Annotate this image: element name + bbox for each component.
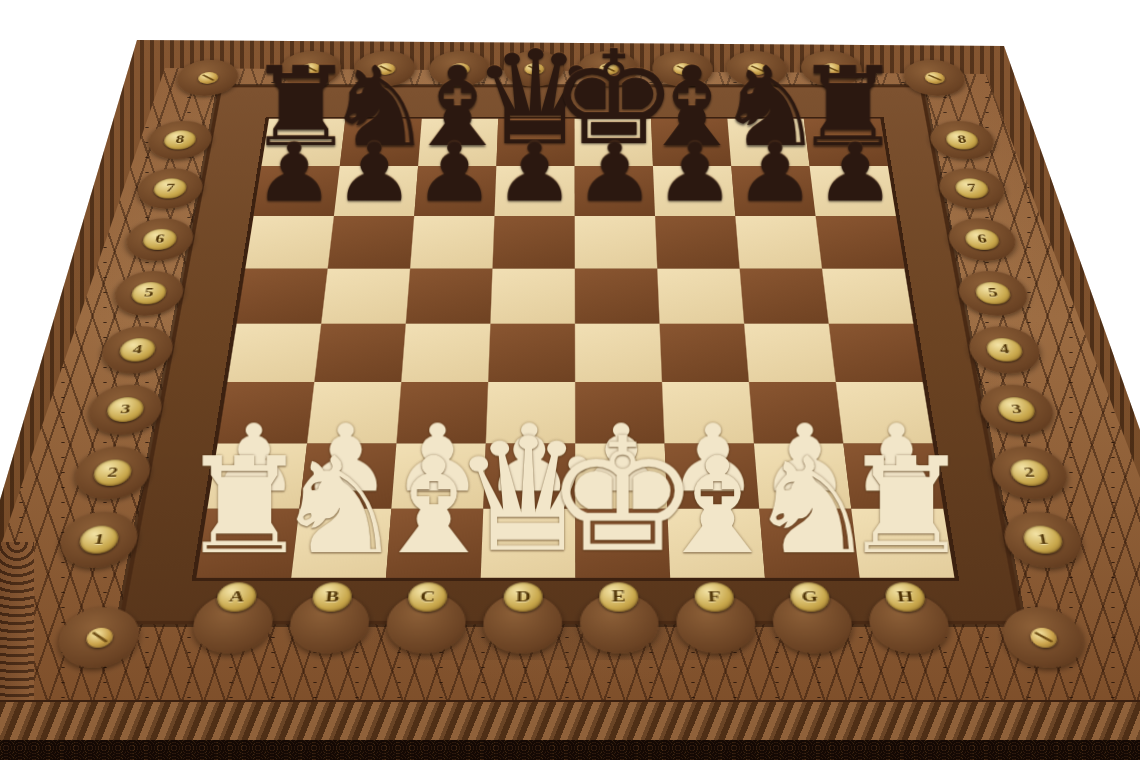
- top-3-screw-icon: [449, 63, 469, 75]
- scallop-corner-top-right: [901, 60, 969, 96]
- screw-slot: [601, 65, 614, 72]
- top-8-screw-icon: [821, 63, 842, 75]
- square-b4[interactable]: [314, 324, 405, 382]
- chessboard-assembly: ♜♞♝♛♚♝♞♜♟♟♟♟♟♟♟♟♟♟♟♟♟♟♟♟♜♞♝♛♚♝♞♜ A88B77C…: [118, 85, 1024, 624]
- square-c6[interactable]: [410, 216, 494, 268]
- piece-white-rook-h1[interactable]: ♜: [840, 440, 972, 573]
- square-b7[interactable]: ♟: [334, 166, 418, 216]
- rank-label-left-5: 5: [130, 282, 168, 304]
- rank-label-left-3: 3: [105, 397, 146, 422]
- rank-label-left-1: 1: [77, 526, 121, 554]
- screw-slot: [202, 74, 215, 81]
- square-h7[interactable]: ♟: [810, 166, 896, 216]
- square-h1[interactable]: ♜: [851, 509, 954, 578]
- screw-slot: [527, 65, 540, 72]
- square-f5[interactable]: [657, 268, 744, 323]
- file-label-c: C: [407, 582, 448, 611]
- table-front-frieze: [0, 740, 1140, 760]
- top-6-screw-icon: [672, 63, 692, 75]
- scallop-corner-top-left: [174, 60, 242, 96]
- rank-label-left-7: 7: [152, 178, 188, 198]
- square-g4[interactable]: [744, 324, 836, 382]
- square-c7[interactable]: ♟: [414, 166, 496, 216]
- file-label-b: B: [311, 582, 353, 611]
- piece-black-pawn-b7[interactable]: ♟: [334, 131, 415, 212]
- chessboard-3d: ♜♞♝♛♚♝♞♜♟♟♟♟♟♟♟♟♟♟♟♟♟♟♟♟♜♞♝♛♚♝♞♜ A88B77C…: [118, 85, 1024, 624]
- top-4-screw-icon: [524, 63, 544, 75]
- square-h6[interactable]: [816, 216, 905, 268]
- rank-label-right-1: 1: [1021, 526, 1065, 554]
- square-f4[interactable]: [660, 324, 749, 382]
- square-e4[interactable]: [575, 324, 662, 382]
- square-h4[interactable]: [829, 324, 923, 382]
- square-d6[interactable]: [492, 216, 574, 268]
- piece-black-pawn-a7[interactable]: ♟: [254, 131, 335, 212]
- rank-label-left-4: 4: [118, 338, 158, 362]
- square-a5[interactable]: [237, 268, 328, 323]
- corner-top-right-screw-icon: [923, 72, 945, 84]
- file-label-g: G: [789, 582, 831, 611]
- piece-black-pawn-d7[interactable]: ♟: [494, 131, 575, 212]
- rank-label-right-4: 4: [985, 338, 1025, 362]
- screw-slot: [750, 65, 764, 72]
- square-g7[interactable]: ♟: [731, 166, 815, 216]
- file-label-f: F: [694, 582, 735, 611]
- file-label-e: E: [599, 582, 638, 611]
- screw-slot: [304, 65, 317, 72]
- square-d5[interactable]: [490, 268, 575, 323]
- file-label-d: D: [503, 582, 542, 611]
- rank-label-right-6: 6: [964, 229, 1001, 250]
- top-5-screw-icon: [598, 63, 618, 75]
- piece-black-pawn-g7[interactable]: ♟: [735, 131, 816, 212]
- square-e7[interactable]: ♟: [575, 166, 655, 216]
- rank-label-right-3: 3: [996, 397, 1037, 422]
- top-7-screw-icon: [747, 63, 768, 75]
- corner-bottom-left-screw-icon: [84, 627, 114, 647]
- rank-label-right-7: 7: [954, 178, 990, 198]
- screw-slot: [824, 65, 838, 72]
- screw-slot: [676, 65, 690, 72]
- top-2-screw-icon: [375, 63, 396, 75]
- piece-black-pawn-h7[interactable]: ♟: [815, 131, 896, 212]
- top-1-screw-icon: [300, 63, 321, 75]
- piece-black-pawn-c7[interactable]: ♟: [414, 131, 495, 212]
- screw-slot: [379, 65, 392, 72]
- square-a4[interactable]: [227, 324, 321, 382]
- square-d4[interactable]: [488, 324, 575, 382]
- square-a7[interactable]: ♟: [254, 166, 340, 216]
- square-f6[interactable]: [655, 216, 740, 268]
- rank-label-left-2: 2: [91, 460, 133, 486]
- chessboard-wrapper: ♜♞♝♛♚♝♞♜♟♟♟♟♟♟♟♟♟♟♟♟♟♟♟♟♜♞♝♛♚♝♞♜ A88B77C…: [175, 0, 967, 678]
- rank-label-right-2: 2: [1008, 460, 1050, 486]
- piece-black-pawn-e7[interactable]: ♟: [574, 131, 655, 212]
- square-b5[interactable]: [321, 268, 410, 323]
- corner-bottom-right-screw-icon: [1028, 627, 1058, 647]
- square-c4[interactable]: [401, 324, 490, 382]
- rank-label-right-8: 8: [945, 130, 980, 149]
- rank-label-left-8: 8: [162, 130, 197, 149]
- rank-label-right-5: 5: [974, 282, 1012, 304]
- chessboard[interactable]: ♜♞♝♛♚♝♞♜♟♟♟♟♟♟♟♟♟♟♟♟♟♟♟♟♜♞♝♛♚♝♞♜: [191, 117, 959, 582]
- square-g5[interactable]: [740, 268, 829, 323]
- screw-slot: [91, 631, 107, 642]
- rank-label-left-6: 6: [141, 229, 178, 250]
- corner-top-left-screw-icon: [197, 72, 219, 84]
- screw-slot: [1033, 631, 1052, 642]
- table-rope-band: [0, 700, 1140, 744]
- square-b6[interactable]: [328, 216, 414, 268]
- piece-black-pawn-f7[interactable]: ♟: [655, 131, 736, 212]
- square-e6[interactable]: [575, 216, 657, 268]
- square-c5[interactable]: [406, 268, 493, 323]
- square-e5[interactable]: [575, 268, 660, 323]
- square-h5[interactable]: [822, 268, 913, 323]
- square-f7[interactable]: ♟: [653, 166, 735, 216]
- square-g6[interactable]: [735, 216, 822, 268]
- file-label-h: H: [884, 582, 927, 611]
- square-a6[interactable]: [245, 216, 334, 268]
- square-d7[interactable]: ♟: [494, 166, 574, 216]
- screw-slot: [927, 74, 941, 81]
- file-label-a: A: [215, 582, 258, 611]
- screw-slot: [453, 65, 466, 72]
- scene: ♜♞♝♛♚♝♞♜♟♟♟♟♟♟♟♟♟♟♟♟♟♟♟♟♜♞♝♛♚♝♞♜ A88B77C…: [0, 0, 1140, 760]
